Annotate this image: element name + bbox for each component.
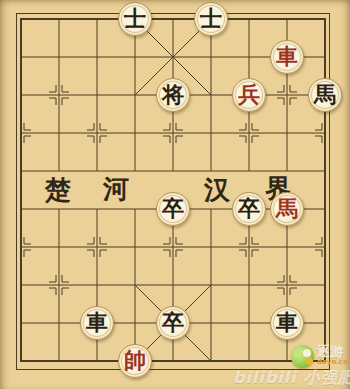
piece-glyph: 馬	[276, 197, 298, 219]
piece-black-horse-i8[interactable]: 馬	[308, 78, 342, 112]
river-label-chu: 楚	[45, 177, 71, 203]
piece-red-horse-h5[interactable]: 馬	[270, 192, 304, 226]
piece-glyph: 兵	[238, 83, 260, 105]
piece-black-soldier-e2[interactable]: 卒	[156, 306, 190, 340]
piece-black-advisor-d10[interactable]: 士	[118, 2, 152, 36]
doyo-logo-domain: doyo.cn	[317, 359, 348, 366]
piece-glyph: 馬	[314, 83, 336, 105]
piece-black-soldier-g5[interactable]: 卒	[232, 192, 266, 226]
piece-glyph: 士	[200, 7, 222, 29]
piece-glyph: 車	[86, 311, 108, 333]
piece-black-advisor-f10[interactable]: 士	[194, 2, 228, 36]
doyo-bird-icon	[291, 345, 314, 368]
river-label-han: 汉	[204, 177, 230, 203]
doyo-logo-name: 逐游	[317, 345, 348, 358]
piece-red-general-d1[interactable]: 帥	[118, 344, 152, 378]
piece-red-soldier-g8[interactable]: 兵	[232, 78, 266, 112]
piece-red-chariot-h9[interactable]: 車	[270, 40, 304, 74]
piece-glyph: 卒	[162, 197, 184, 219]
piece-black-chariot-c2[interactable]: 車	[80, 306, 114, 340]
piece-glyph: 士	[124, 7, 146, 29]
piece-glyph: 卒	[162, 311, 184, 333]
piece-glyph: 将	[162, 83, 184, 105]
river-label-he: 河	[103, 176, 129, 202]
xiangqi-app-screen: 楚 河 汉 界 士士車将兵馬卒卒馬車卒車帥 逐游 doyo.cn bilibil…	[0, 0, 350, 389]
piece-black-soldier-e5[interactable]: 卒	[156, 192, 190, 226]
doyo-logo: 逐游 doyo.cn	[291, 345, 348, 368]
bilibili-watermark: bilibili 小强肥过	[233, 368, 350, 389]
piece-glyph: 卒	[238, 197, 260, 219]
piece-glyph: 帥	[124, 349, 146, 371]
piece-black-general-e8[interactable]: 将	[156, 78, 190, 112]
piece-black-chariot-h2[interactable]: 車	[270, 306, 304, 340]
piece-glyph: 車	[276, 45, 298, 67]
piece-glyph: 車	[276, 311, 298, 333]
